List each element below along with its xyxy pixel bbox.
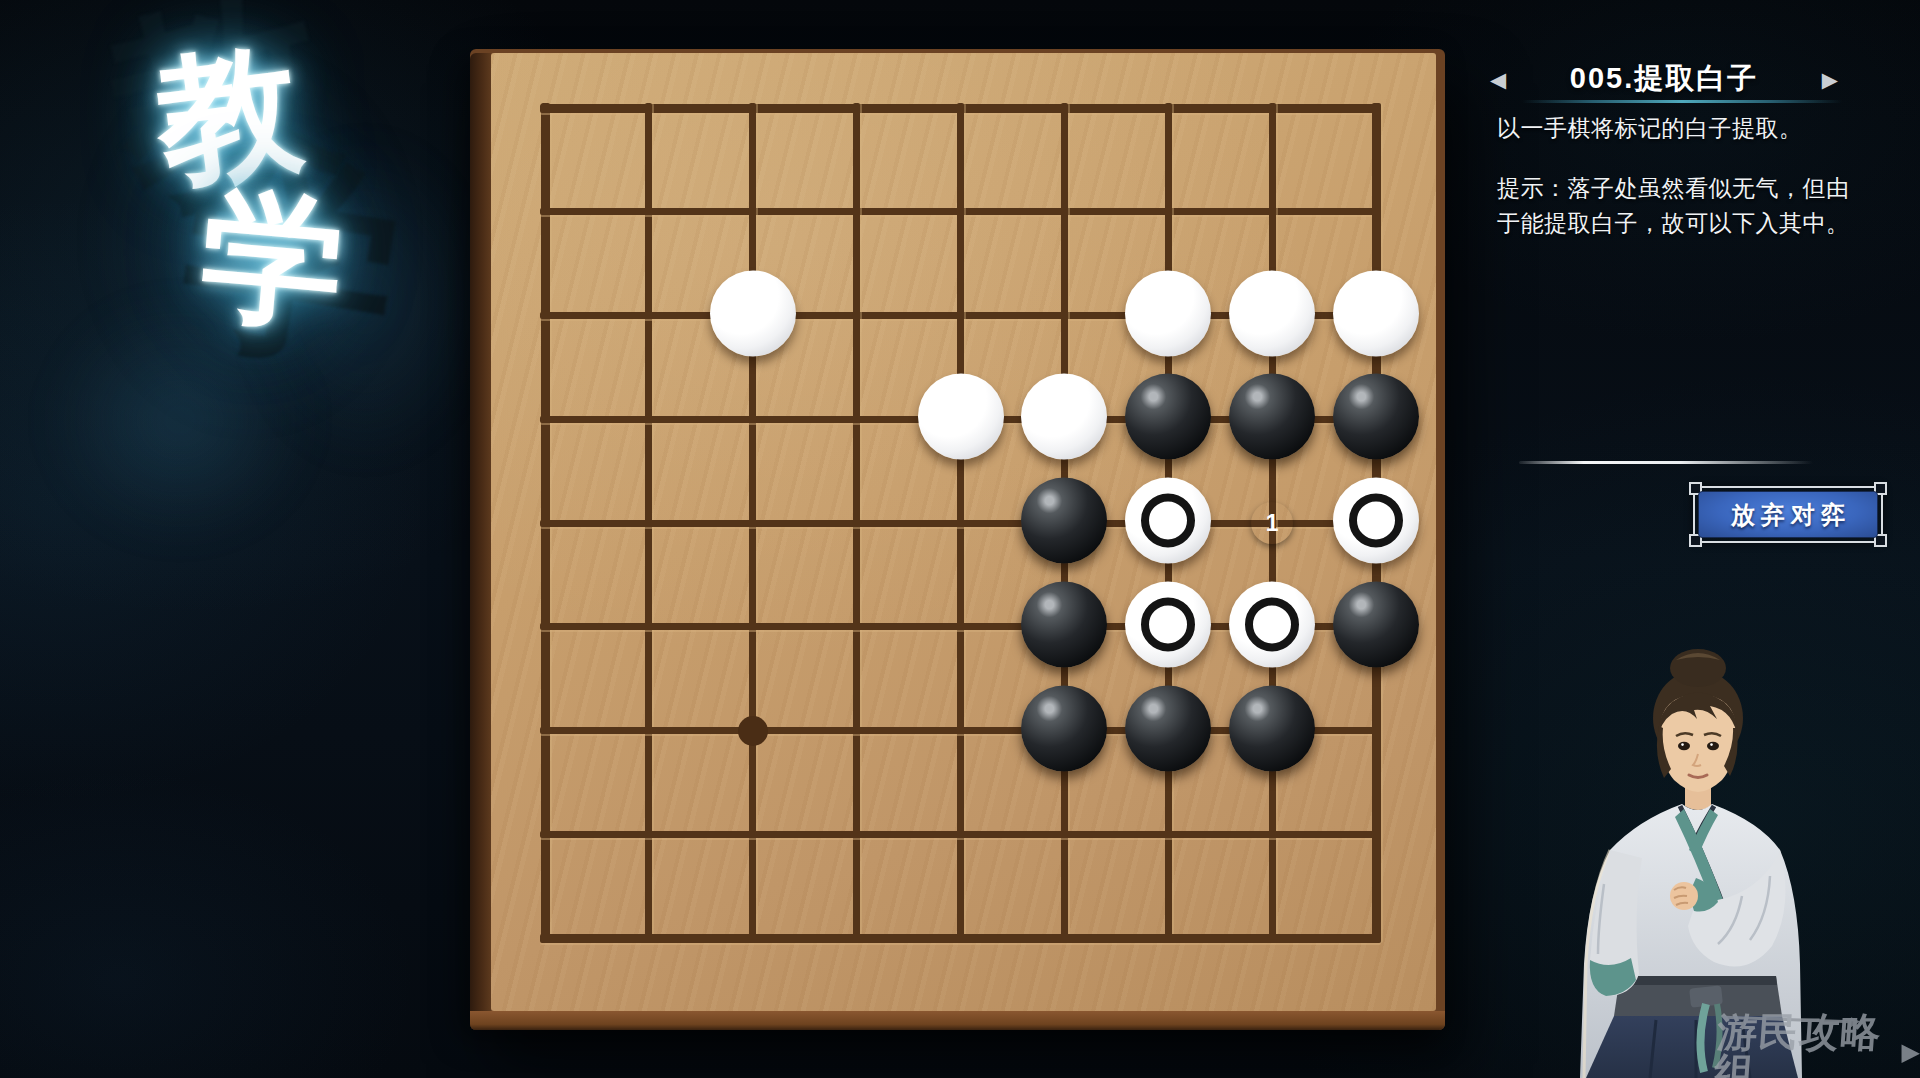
move-1-marker[interactable]: 1: [1251, 502, 1293, 544]
resign-button[interactable]: 放弃对弈: [1693, 486, 1883, 543]
resign-button-label: 放弃对弈: [1725, 499, 1851, 531]
stone-white: [710, 270, 796, 356]
hint-line-2: 于能提取白子，故可以下入其中。: [1497, 206, 1920, 241]
stone-black: [1021, 685, 1107, 771]
lesson-prev-button[interactable]: ◀: [1490, 69, 1506, 90]
lesson-next-button[interactable]: ▶: [1822, 69, 1838, 90]
stone-white-marked: [1125, 581, 1211, 667]
resign-button-face: 放弃对弈: [1698, 491, 1878, 538]
stone-black: [1125, 374, 1211, 460]
tutorial-calligraphy: 教 学 教 学: [70, 0, 450, 580]
stone-black: [1333, 581, 1419, 667]
star-point: [738, 716, 768, 746]
lesson-title: 005.提取白子: [1570, 59, 1758, 99]
calligraphy-char-learn: 学: [196, 182, 350, 336]
stone-black: [1021, 477, 1107, 563]
title-underline: [1522, 100, 1842, 103]
stone-black: [1021, 581, 1107, 667]
stone-black: [1333, 374, 1419, 460]
board-side-face: [470, 53, 491, 1030]
calligraphy-char-teach: 教: [150, 36, 308, 194]
grid-line: [540, 831, 1381, 838]
stone-white-marked: [1125, 477, 1211, 563]
objective-text: 以一手棋将标记的白子提取。: [1497, 113, 1920, 144]
divider-line: [1519, 461, 1813, 464]
stone-black: [1229, 374, 1315, 460]
lesson-nav-row: ◀ 005.提取白子 ▶: [1490, 60, 1838, 98]
watermark-text: 游民攻略组: [1713, 1012, 1900, 1078]
board-front-face: [470, 1011, 1445, 1030]
stone-white: [1333, 270, 1419, 356]
watermark-play-icon: ▶: [1902, 1038, 1920, 1066]
capture-mark-icon: [1141, 597, 1195, 651]
grid-line: [540, 934, 1381, 943]
hint-line-1: 提示：落子处虽然看似无气，但由: [1497, 171, 1920, 206]
watermark: 游民攻略组 ▶: [1716, 1012, 1920, 1078]
page-root: 教 学 教 学 1 ◀ 005.提取白子 ▶ 以一手棋将标记的白子提取。 提示：…: [0, 0, 1920, 1078]
stone-white: [1229, 270, 1315, 356]
stone-black: [1229, 685, 1315, 771]
capture-mark-icon: [1245, 597, 1299, 651]
stone-black: [1125, 685, 1211, 771]
stone-white: [1021, 374, 1107, 460]
hint-text: 提示：落子处虽然看似无气，但由 于能提取白子，故可以下入其中。: [1497, 171, 1920, 241]
board-grid[interactable]: 1: [540, 103, 1381, 943]
stone-white-marked: [1333, 477, 1419, 563]
stone-white-marked: [1229, 581, 1315, 667]
stone-white: [1125, 270, 1211, 356]
capture-mark-icon: [1349, 493, 1403, 547]
stone-white: [918, 374, 1004, 460]
capture-mark-icon: [1141, 493, 1195, 547]
